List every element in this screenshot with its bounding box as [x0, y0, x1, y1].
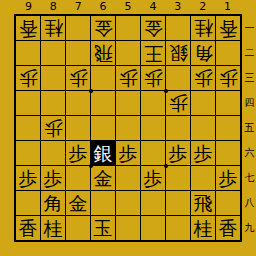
board-square[interactable]	[141, 91, 165, 115]
board-square[interactable]	[66, 116, 90, 140]
board-square[interactable]	[41, 66, 65, 90]
board-square[interactable]	[116, 16, 140, 40]
file-label: 7	[66, 0, 91, 13]
file-label: 2	[190, 0, 215, 13]
file-labels: 987654321	[16, 0, 240, 13]
board-square[interactable]	[91, 191, 115, 215]
board-square[interactable]	[66, 166, 90, 190]
piece-pawn: 歩	[219, 69, 238, 88]
piece-knight: 桂	[194, 219, 213, 238]
file-label: 9	[16, 0, 41, 13]
rank-label: 九	[243, 215, 256, 240]
board-square[interactable]	[41, 141, 65, 165]
board-square[interactable]: 歩	[141, 66, 165, 90]
piece-lance: 香	[19, 19, 38, 38]
board-square[interactable]: 角	[191, 41, 215, 65]
board-square[interactable]: 香	[16, 216, 40, 240]
piece-gold: 金	[144, 19, 163, 38]
piece-bishop: 角	[44, 194, 63, 213]
piece-pawn: 歩	[69, 69, 88, 88]
board-square[interactable]	[216, 91, 240, 115]
board-square[interactable]: 香	[216, 216, 240, 240]
board-square[interactable]: 銀	[166, 41, 190, 65]
file-label: 1	[215, 0, 240, 13]
board-square[interactable]: 桂	[191, 16, 215, 40]
board-square[interactable]: 歩	[41, 166, 65, 190]
board-square[interactable]: 香	[16, 16, 40, 40]
piece-pawn: 歩	[169, 144, 188, 163]
piece-rook: 飛	[94, 44, 113, 63]
board-square[interactable]	[116, 166, 140, 190]
board-square[interactable]	[41, 91, 65, 115]
rank-label: 七	[243, 165, 256, 190]
rank-label: 八	[243, 190, 256, 215]
piece-pawn: 歩	[119, 69, 138, 88]
rank-label: 五	[243, 116, 256, 141]
board-square[interactable]	[166, 66, 190, 90]
piece-pawn: 歩	[144, 169, 163, 188]
piece-pawn: 歩	[144, 69, 163, 88]
board-square[interactable]: 角	[41, 191, 65, 215]
board-square[interactable]: 飛	[191, 191, 215, 215]
board-square[interactable]	[16, 191, 40, 215]
board-square[interactable]	[66, 41, 90, 65]
board-square[interactable]: 香	[216, 16, 240, 40]
board-square[interactable]	[116, 116, 140, 140]
piece-pawn: 歩	[44, 119, 63, 138]
board-square[interactable]	[141, 116, 165, 140]
board-square[interactable]	[66, 16, 90, 40]
file-label: 6	[91, 0, 116, 13]
piece-pawn: 歩	[19, 169, 38, 188]
board-square[interactable]	[66, 216, 90, 240]
board-square[interactable]	[216, 191, 240, 215]
board-square[interactable]	[141, 191, 165, 215]
board-square[interactable]: 歩	[166, 91, 190, 115]
board-square[interactable]: 桂	[191, 216, 215, 240]
board-square[interactable]	[216, 41, 240, 65]
board-square[interactable]	[191, 91, 215, 115]
board-square[interactable]: 王	[141, 41, 165, 65]
board-square[interactable]: 桂	[41, 216, 65, 240]
piece-knight: 桂	[44, 219, 63, 238]
board-square[interactable]	[16, 141, 40, 165]
board-square[interactable]: 金	[66, 191, 90, 215]
piece-pawn: 歩	[194, 144, 213, 163]
board-square[interactable]	[166, 16, 190, 40]
board-square[interactable]	[141, 216, 165, 240]
board-grid: 香桂金金桂香飛王銀角歩歩歩歩歩歩歩歩歩銀歩歩歩歩歩金歩歩角金飛香桂玉桂香	[16, 16, 240, 240]
board-square[interactable]: 玉	[91, 216, 115, 240]
shogi-board: 香桂金金桂香飛王銀角歩歩歩歩歩歩歩歩歩銀歩歩歩歩歩金歩歩角金飛香桂玉桂香	[14, 14, 242, 242]
piece-pawn: 歩	[69, 144, 88, 163]
board-square[interactable]	[116, 41, 140, 65]
piece-silver: 銀	[169, 44, 188, 63]
file-label: 5	[116, 0, 141, 13]
board-square[interactable]: 金	[141, 16, 165, 40]
board-square[interactable]	[191, 166, 215, 190]
board-square[interactable]	[166, 116, 190, 140]
board-square[interactable]	[66, 91, 90, 115]
board-square[interactable]	[116, 91, 140, 115]
rank-label: 四	[243, 91, 256, 116]
piece-knight: 桂	[44, 19, 63, 38]
piece-king: 王	[144, 44, 163, 63]
piece-pawn: 歩	[119, 144, 138, 163]
board-square[interactable]	[116, 216, 140, 240]
board-square[interactable]: 桂	[41, 16, 65, 40]
board-square[interactable]	[166, 216, 190, 240]
file-label: 8	[41, 0, 66, 13]
piece-knight: 桂	[194, 19, 213, 38]
piece-lance: 香	[219, 19, 238, 38]
rank-labels: 一二三四五六七八九	[243, 16, 256, 240]
piece-bishop: 角	[194, 44, 213, 63]
board-square[interactable]	[191, 116, 215, 140]
board-square[interactable]: 歩	[216, 166, 240, 190]
rank-label: 三	[243, 66, 256, 91]
piece-pawn: 歩	[19, 69, 38, 88]
board-square[interactable]: 歩	[41, 116, 65, 140]
board-square[interactable]	[216, 116, 240, 140]
board-square[interactable]: 歩	[166, 141, 190, 165]
piece-lance: 香	[219, 219, 238, 238]
piece-pawn: 歩	[44, 169, 63, 188]
board-square[interactable]	[16, 41, 40, 65]
board-square[interactable]: 飛	[91, 41, 115, 65]
piece-rook: 飛	[194, 194, 213, 213]
board-square[interactable]	[141, 141, 165, 165]
piece-gold: 金	[69, 194, 88, 213]
board-square[interactable]: 歩	[191, 66, 215, 90]
board-square[interactable]: 金	[91, 166, 115, 190]
board-square[interactable]: 金	[91, 16, 115, 40]
piece-king: 玉	[94, 219, 113, 238]
board-square[interactable]	[216, 141, 240, 165]
board-square[interactable]	[166, 191, 190, 215]
board-square[interactable]: 歩	[66, 66, 90, 90]
piece-gold: 金	[94, 169, 113, 188]
shogi-board-screen: 987654321 一二三四五六七八九 香桂金金桂香飛王銀角歩歩歩歩歩歩歩歩歩銀…	[0, 0, 256, 256]
board-square[interactable]: 歩	[116, 141, 140, 165]
board-square[interactable]: 歩	[216, 66, 240, 90]
piece-lance: 香	[19, 219, 38, 238]
board-square[interactable]: 歩	[141, 166, 165, 190]
piece-gold: 金	[94, 19, 113, 38]
board-square[interactable]: 歩	[16, 166, 40, 190]
board-square[interactable]: 歩	[191, 141, 215, 165]
rank-label: 一	[243, 16, 256, 41]
board-square[interactable]: 歩	[16, 66, 40, 90]
board-square[interactable]: 歩	[66, 141, 90, 165]
file-label: 3	[165, 0, 190, 13]
rank-label: 六	[243, 140, 256, 165]
piece-pawn: 歩	[194, 69, 213, 88]
board-square[interactable]	[116, 191, 140, 215]
piece-pawn: 歩	[219, 169, 238, 188]
board-square[interactable]: 歩	[116, 66, 140, 90]
board-square[interactable]	[41, 41, 65, 65]
board-square[interactable]	[16, 91, 40, 115]
board-square[interactable]	[166, 166, 190, 190]
board-square[interactable]	[91, 91, 115, 115]
piece-pawn: 歩	[169, 94, 188, 113]
file-label: 4	[140, 0, 165, 13]
board-square[interactable]: 銀	[91, 141, 115, 165]
rank-label: 二	[243, 41, 256, 66]
piece-silver: 銀	[94, 144, 113, 163]
board-square[interactable]	[16, 116, 40, 140]
board-square[interactable]	[91, 116, 115, 140]
board-square[interactable]	[91, 66, 115, 90]
